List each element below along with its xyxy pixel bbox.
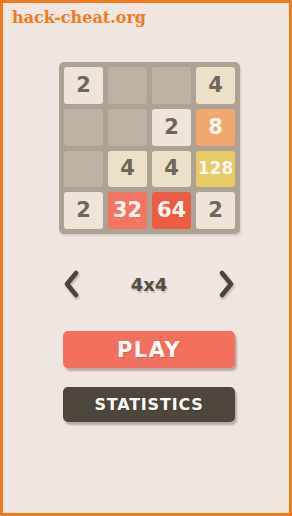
tile-128: 128 bbox=[196, 151, 235, 188]
prev-size-button[interactable] bbox=[59, 268, 83, 300]
play-button[interactable]: PLAY bbox=[63, 331, 235, 368]
cell-empty bbox=[152, 67, 191, 104]
watermark: hack-cheat.org bbox=[12, 8, 146, 27]
tile-2: 2 bbox=[152, 109, 191, 146]
cell-empty bbox=[64, 109, 103, 146]
board-size-label: 4x4 bbox=[131, 274, 168, 295]
board-size-selector: 4x4 bbox=[59, 267, 239, 301]
tile-4: 4 bbox=[196, 67, 235, 104]
tile-32: 32 bbox=[108, 192, 147, 229]
tile-8: 8 bbox=[196, 109, 235, 146]
chevron-right-icon bbox=[217, 269, 237, 299]
tile-2: 2 bbox=[196, 192, 235, 229]
tile-2: 2 bbox=[64, 192, 103, 229]
cell-empty bbox=[108, 109, 147, 146]
cell-empty bbox=[64, 151, 103, 188]
cell-empty bbox=[108, 67, 147, 104]
chevron-left-icon bbox=[61, 269, 81, 299]
tile-64: 64 bbox=[152, 192, 191, 229]
tile-2: 2 bbox=[64, 67, 103, 104]
game-board: 242844128232642 bbox=[59, 62, 240, 234]
next-size-button[interactable] bbox=[215, 268, 239, 300]
statistics-button[interactable]: STATISTICS bbox=[63, 387, 235, 422]
tile-4: 4 bbox=[108, 151, 147, 188]
tile-4: 4 bbox=[152, 151, 191, 188]
